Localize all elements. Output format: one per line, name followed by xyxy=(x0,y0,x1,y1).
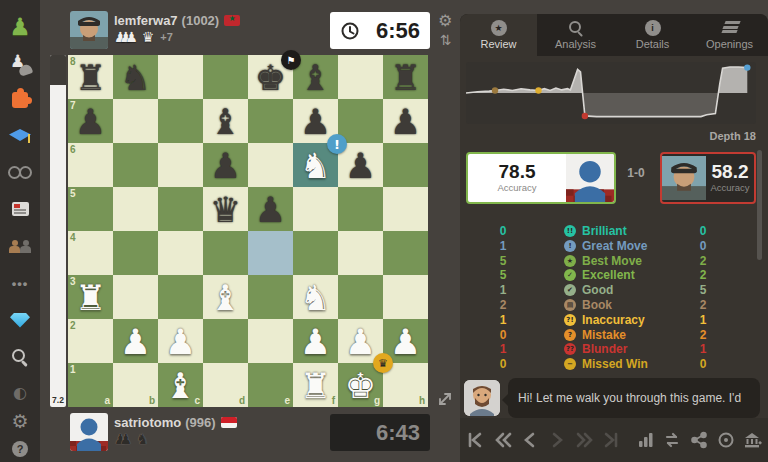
blunder-icon: ?? xyxy=(564,343,576,355)
white-count: 5 xyxy=(488,268,518,282)
square-d4[interactable] xyxy=(203,231,248,275)
square-h3[interactable] xyxy=(383,275,428,319)
graph-dot-blunder xyxy=(582,113,588,119)
accuracy-card-black: 58.2 Accuracy xyxy=(660,152,756,204)
classification-row-missed-win[interactable]: 0−Missed Win0 xyxy=(460,357,768,372)
graph-dot-great xyxy=(744,64,750,70)
square-d1[interactable]: d xyxy=(203,363,248,407)
newspaper-icon xyxy=(12,202,29,216)
graph-dot-book xyxy=(492,87,498,93)
winner-badge: ♛ xyxy=(373,353,393,373)
rank-label: 8 xyxy=(70,57,76,67)
tab-bar: ★ Review Analysis i Details Openings xyxy=(460,14,768,56)
square-e2[interactable] xyxy=(248,319,293,363)
avatar-top-player[interactable] xyxy=(70,11,108,49)
rewind-button[interactable] xyxy=(493,428,513,452)
mistake-icon: ? xyxy=(564,329,576,341)
save-to-library-button[interactable] xyxy=(743,428,762,452)
bottom-player-name[interactable]: satriotomo(996) xyxy=(114,415,237,430)
info-icon: i xyxy=(645,20,661,36)
square-b4[interactable] xyxy=(113,231,158,275)
captured-p: ♟ xyxy=(120,431,133,447)
sidebar-item-play[interactable]: ♟ xyxy=(0,12,40,42)
flip-board-icon[interactable]: ⇅ xyxy=(440,33,452,47)
accuracy-card-white: 78.5 Accuracy xyxy=(466,152,616,204)
green-pawn-icon: ♟ xyxy=(9,15,31,39)
square-h7[interactable]: ♟ xyxy=(383,99,428,143)
square-b7[interactable] xyxy=(113,99,158,143)
white-accuracy-label: Accuracy xyxy=(497,183,536,193)
white-count: 1 xyxy=(488,342,518,356)
classification-label: Inaccuracy xyxy=(582,313,645,327)
white-player-avatar xyxy=(566,154,614,202)
bottom-player-rating: (996) xyxy=(185,415,215,430)
white-knight[interactable]: ♞ xyxy=(293,275,338,319)
black-count: 2 xyxy=(688,254,718,268)
classification-row-great-move[interactable]: 1!Great Move0 xyxy=(460,239,768,254)
classification-label: Great Move xyxy=(582,239,647,253)
square-g4[interactable] xyxy=(338,231,383,275)
material-advantage: +7 xyxy=(160,31,173,43)
sidebar-item-search[interactable] xyxy=(0,342,40,372)
indonesia-flag-icon xyxy=(221,417,237,428)
avatar-bottom-player[interactable] xyxy=(70,413,108,451)
square-b2[interactable]: ♟ xyxy=(113,319,158,363)
square-d5[interactable]: ♛ xyxy=(203,187,248,231)
move-navigation-bar xyxy=(460,418,768,462)
binoculars-icon xyxy=(8,166,32,179)
coach-message-text: Hi! Let me walk you through this game. I… xyxy=(518,391,741,405)
rank-label: 6 xyxy=(70,145,76,155)
square-f2[interactable]: ♟ xyxy=(293,319,338,363)
square-e1[interactable]: e xyxy=(248,363,293,407)
bottom-player-username: satriotomo xyxy=(114,415,181,430)
classification-row-book[interactable]: 2▤Book2 xyxy=(460,298,768,313)
white-pawn[interactable]: ♟ xyxy=(158,319,203,363)
eval-bar-black-portion xyxy=(50,55,66,85)
file-label: e xyxy=(284,396,290,406)
file-label: a xyxy=(104,396,110,406)
black-knight[interactable]: ♞ xyxy=(113,55,158,99)
eval-score: 7.2 xyxy=(50,395,66,405)
black-player-avatar xyxy=(662,154,706,202)
classification-row-mistake[interactable]: 0?Mistake2 xyxy=(460,328,768,343)
sidebar: ♟ ♟ ••• ◐ ⚙ ? xyxy=(0,0,40,462)
square-a8[interactable]: 8♜ xyxy=(68,55,113,99)
white-pawn[interactable]: ♟ xyxy=(293,319,338,363)
puzzle-icon xyxy=(12,92,28,108)
square-a1[interactable]: 1a xyxy=(68,363,113,407)
classification-label: Excellent xyxy=(582,268,635,282)
sidebar-item-puzzles[interactable] xyxy=(0,85,40,115)
bottom-clock-time: 6:43 xyxy=(376,420,420,446)
top-captured-pieces: ♟♟♟♛ +7 xyxy=(114,29,173,45)
top-player-clock: 6:56 xyxy=(330,12,430,49)
sidebar-item-social[interactable] xyxy=(0,230,40,260)
white-count: 0 xyxy=(488,328,518,342)
more-dots-icon: ••• xyxy=(12,276,29,291)
classification-label: Book xyxy=(582,298,612,312)
square-e5[interactable]: ♟ xyxy=(248,187,293,231)
black-queen[interactable]: ♛ xyxy=(203,187,248,231)
rank-label: 7 xyxy=(70,101,76,111)
square-c4[interactable] xyxy=(158,231,203,275)
back-button[interactable] xyxy=(521,428,540,452)
analysis-magnifier-icon xyxy=(568,20,584,36)
white-count: 0 xyxy=(488,224,518,238)
square-c5[interactable] xyxy=(158,187,203,231)
sidebar-item-play-hand[interactable]: ♟ xyxy=(0,49,40,79)
captured-q: ♛ xyxy=(142,29,155,45)
square-b3[interactable] xyxy=(113,275,158,319)
file-label: b xyxy=(149,396,155,406)
classification-label: Brilliant xyxy=(582,224,627,238)
black-accuracy-value: 58.2 xyxy=(712,162,749,183)
black-count: 2 xyxy=(688,328,718,342)
inaccuracy-icon: ?! xyxy=(564,314,576,326)
depth-label: Depth 18 xyxy=(710,130,756,142)
black-pawn[interactable]: ♟ xyxy=(383,99,428,143)
tab-openings[interactable]: Openings xyxy=(691,14,768,56)
square-h5[interactable] xyxy=(383,187,428,231)
book-stack-icon xyxy=(722,20,738,36)
great-badge: ! xyxy=(327,134,347,154)
rank-label: 5 xyxy=(70,189,76,199)
share-icon[interactable] xyxy=(690,428,709,452)
square-g3[interactable] xyxy=(338,275,383,319)
game-result: 1-0 xyxy=(612,166,660,180)
first-move-button[interactable] xyxy=(466,428,485,452)
white-count: 5 xyxy=(488,254,518,268)
black-count: 0 xyxy=(688,239,718,253)
square-f1[interactable]: f♜ xyxy=(293,363,338,407)
file-label: d xyxy=(239,396,245,406)
classification-row-brilliant[interactable]: 0!!Brilliant0 xyxy=(460,224,768,239)
black-count: 0 xyxy=(688,357,718,371)
clock-icon xyxy=(340,21,360,41)
flag-badge: ⚑ xyxy=(281,50,301,70)
classification-label: Blunder xyxy=(582,342,627,356)
square-e3[interactable] xyxy=(248,275,293,319)
white-count: 1 xyxy=(488,283,518,297)
square-e6[interactable] xyxy=(248,143,293,187)
coach-message-bubble: Hi! Let me walk you through this game. I… xyxy=(508,378,760,418)
square-d6[interactable]: ♟ xyxy=(203,143,248,187)
file-label: f xyxy=(332,396,335,406)
sidebar-item-theme[interactable]: ◐ xyxy=(0,378,40,408)
black-count: 0 xyxy=(688,224,718,238)
move-classification-list: 0!!Brilliant01!Great Move05★Best Move25✓… xyxy=(460,224,768,372)
review-star-icon: ★ xyxy=(491,20,507,36)
square-b8[interactable]: ♞ xyxy=(113,55,158,99)
square-c3[interactable] xyxy=(158,275,203,319)
file-label: g xyxy=(374,396,380,406)
search-icon xyxy=(11,348,29,366)
black-count: 5 xyxy=(688,283,718,297)
top-player-name[interactable]: lemferwa7(1002) xyxy=(114,13,240,28)
top-player-username: lemferwa7 xyxy=(114,13,178,28)
captured-glyphs-top: ♟♟♟♛ xyxy=(114,28,154,46)
graph-dot-inaccuracy xyxy=(535,87,541,93)
white-count: 2 xyxy=(488,298,518,312)
board-settings-icon[interactable]: ⚙ xyxy=(438,13,452,29)
square-h6[interactable] xyxy=(383,143,428,187)
forward-button[interactable] xyxy=(547,428,566,452)
white-bishop[interactable]: ♝ xyxy=(203,275,248,319)
classification-label: Best Move xyxy=(582,254,642,268)
rank-label: 2 xyxy=(70,321,76,331)
square-c6[interactable] xyxy=(158,143,203,187)
square-a4[interactable]: 4 xyxy=(68,231,113,275)
missed-win-icon: − xyxy=(564,358,576,370)
gear-icon: ⚙ xyxy=(11,412,28,431)
brilliant-icon: !! xyxy=(564,225,576,237)
sidebar-item-settings[interactable]: ⚙ xyxy=(0,406,40,436)
help-icon: ? xyxy=(12,441,28,457)
square-d2[interactable] xyxy=(203,319,248,363)
captured-glyphs-bottom: ♟♟♞ xyxy=(114,430,149,448)
white-count: 1 xyxy=(488,313,518,327)
classification-row-excellent[interactable]: 5✓Excellent2 xyxy=(460,268,768,283)
classification-row-blunder[interactable]: 1??Blunder1 xyxy=(460,342,768,357)
file-label: h xyxy=(419,396,425,406)
square-b1[interactable]: b xyxy=(113,363,158,407)
bottom-captured-pieces: ♟♟♞ xyxy=(114,431,149,447)
bottom-player-clock: 6:43 xyxy=(330,414,430,451)
tab-details[interactable]: i Details xyxy=(614,14,691,56)
classification-label: Missed Win xyxy=(582,357,648,371)
square-c2[interactable]: ♟ xyxy=(158,319,203,363)
fast-forward-button[interactable] xyxy=(574,428,594,452)
top-player-rating: (1002) xyxy=(182,13,220,28)
square-a5[interactable]: 5 xyxy=(68,187,113,231)
square-f3[interactable]: ♞ xyxy=(293,275,338,319)
classification-row-good[interactable]: 1✔Good5 xyxy=(460,283,768,298)
tab-analysis[interactable]: Analysis xyxy=(537,14,614,56)
expand-board-icon[interactable] xyxy=(436,390,454,408)
square-e8[interactable]: ♚⚑ xyxy=(248,55,293,99)
square-a2[interactable]: 2 xyxy=(68,319,113,363)
diamond-icon xyxy=(10,313,30,328)
avatar-top-photo xyxy=(70,11,108,49)
square-g8[interactable] xyxy=(338,55,383,99)
square-f4[interactable] xyxy=(293,231,338,275)
record-button[interactable] xyxy=(716,428,735,452)
rank-label: 1 xyxy=(70,365,76,375)
classification-row-best-move[interactable]: 5★Best Move2 xyxy=(460,254,768,269)
square-d3[interactable]: ♝ xyxy=(203,275,248,319)
last-move-button[interactable] xyxy=(602,428,621,452)
best-move-icon: ★ xyxy=(564,255,576,267)
rank-label: 3 xyxy=(70,277,76,287)
black-count: 1 xyxy=(688,313,718,327)
sidebar-item-watch[interactable] xyxy=(0,157,40,187)
black-pawn[interactable]: ♟ xyxy=(248,187,293,231)
square-a7[interactable]: 7♟ xyxy=(68,99,113,143)
square-f5[interactable] xyxy=(293,187,338,231)
classification-label: Mistake xyxy=(582,328,626,342)
app-window: ♟ ♟ ••• ◐ ⚙ ? 7.2 8♜♞♚⚑♝♜7♟♝♟♟6♟♞!♟5♛♟43… xyxy=(0,0,768,462)
white-accuracy-value: 78.5 xyxy=(499,162,536,183)
square-e4[interactable] xyxy=(248,231,293,275)
square-c8[interactable] xyxy=(158,55,203,99)
captured-p: ♟ xyxy=(125,29,138,45)
good-icon: ✔ xyxy=(564,284,576,296)
graduation-cap-icon xyxy=(9,129,31,143)
square-e7[interactable] xyxy=(248,99,293,143)
square-h8[interactable]: ♜ xyxy=(383,55,428,99)
eval-bar: 7.2 xyxy=(50,55,66,407)
square-g5[interactable] xyxy=(338,187,383,231)
square-c7[interactable] xyxy=(158,99,203,143)
sidebar-item-help[interactable]: ? xyxy=(0,434,40,462)
chess-board[interactable]: 8♜♞♚⚑♝♜7♟♝♟♟6♟♞!♟5♛♟43♜♝♞2♟♟♟♟♟1abc♝def♜… xyxy=(68,55,428,407)
scrollbar-thumb[interactable] xyxy=(757,150,762,260)
black-count: 2 xyxy=(688,298,718,312)
square-g7[interactable] xyxy=(338,99,383,143)
theme-icon: ◐ xyxy=(13,385,27,401)
black-accuracy-label: Accuracy xyxy=(710,183,749,193)
white-count: 0 xyxy=(488,357,518,371)
sidebar-item-news[interactable] xyxy=(0,194,40,224)
avatar-bottom-default xyxy=(70,413,108,451)
black-count: 1 xyxy=(688,342,718,356)
excellent-icon: ✓ xyxy=(564,269,576,281)
file-label: c xyxy=(194,396,200,406)
classification-row-inaccuracy[interactable]: 1?!Inaccuracy1 xyxy=(460,313,768,328)
white-count: 1 xyxy=(488,239,518,253)
friends-icon xyxy=(8,237,32,253)
square-a3[interactable]: 3♜ xyxy=(68,275,113,319)
captured-n: ♞ xyxy=(136,431,149,447)
square-b6[interactable] xyxy=(113,143,158,187)
review-panel: ★ Review Analysis i Details Openings xyxy=(460,14,768,462)
book-icon: ▤ xyxy=(564,299,576,311)
hand-pawn-icon: ♟ xyxy=(10,53,30,75)
tab-review[interactable]: ★ Review xyxy=(460,14,537,56)
stats-button[interactable] xyxy=(637,428,656,452)
square-b5[interactable] xyxy=(113,187,158,231)
classification-label: Good xyxy=(582,283,613,297)
rank-label: 4 xyxy=(70,233,76,243)
square-d7[interactable]: ♝ xyxy=(203,99,248,143)
retry-button[interactable] xyxy=(663,428,682,452)
top-clock-time: 6:56 xyxy=(376,18,420,44)
morocco-flag-icon xyxy=(224,15,240,26)
white-pawn[interactable]: ♟ xyxy=(113,319,158,363)
square-c1[interactable]: c♝ xyxy=(158,363,203,407)
coach-avatar xyxy=(464,380,500,416)
sidebar-item-more[interactable]: ••• xyxy=(0,268,40,298)
great-move-icon: ! xyxy=(564,240,576,252)
sidebar-item-premium[interactable] xyxy=(0,305,40,335)
black-bishop[interactable]: ♝ xyxy=(203,99,248,143)
sidebar-item-learn[interactable] xyxy=(0,121,40,151)
square-f6[interactable]: ♞! xyxy=(293,143,338,187)
eval-graph[interactable] xyxy=(466,62,756,124)
square-h4[interactable] xyxy=(383,231,428,275)
square-d8[interactable] xyxy=(203,55,248,99)
square-a6[interactable]: 6 xyxy=(68,143,113,187)
black-pawn[interactable]: ♟ xyxy=(203,143,248,187)
square-g1[interactable]: g♚♛ xyxy=(338,363,383,407)
black-count: 2 xyxy=(688,268,718,282)
black-rook[interactable]: ♜ xyxy=(383,55,428,99)
